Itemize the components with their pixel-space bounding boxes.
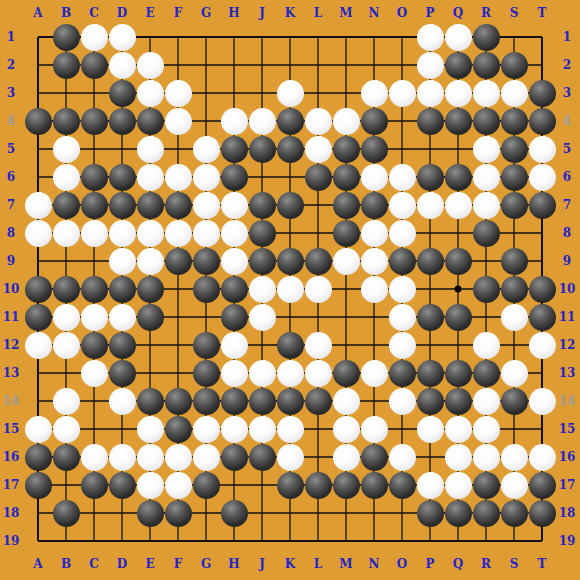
point-B1[interactable] [52, 23, 80, 51]
point-K8[interactable] [276, 219, 304, 247]
point-L12[interactable] [304, 331, 332, 359]
point-G6[interactable] [192, 163, 220, 191]
point-J16[interactable] [248, 443, 276, 471]
point-R19[interactable] [472, 527, 500, 555]
point-F11[interactable] [164, 303, 192, 331]
point-J15[interactable] [248, 415, 276, 443]
point-M19[interactable] [332, 527, 360, 555]
point-K15[interactable] [276, 415, 304, 443]
point-L15[interactable] [304, 415, 332, 443]
point-M14[interactable] [332, 387, 360, 415]
point-T3[interactable] [528, 79, 556, 107]
point-J14[interactable] [248, 387, 276, 415]
point-D7[interactable] [108, 191, 136, 219]
point-M3[interactable] [332, 79, 360, 107]
point-F13[interactable] [164, 359, 192, 387]
point-L17[interactable] [304, 471, 332, 499]
point-S9[interactable] [500, 247, 528, 275]
point-Q19[interactable] [444, 527, 472, 555]
point-C12[interactable] [80, 331, 108, 359]
point-H13[interactable] [220, 359, 248, 387]
point-A1[interactable] [24, 23, 52, 51]
point-O10[interactable] [388, 275, 416, 303]
point-T2[interactable] [528, 51, 556, 79]
point-L4[interactable] [304, 107, 332, 135]
point-A6[interactable] [24, 163, 52, 191]
point-O14[interactable] [388, 387, 416, 415]
point-E16[interactable] [136, 443, 164, 471]
point-S5[interactable] [500, 135, 528, 163]
point-G12[interactable] [192, 331, 220, 359]
point-Q5[interactable] [444, 135, 472, 163]
point-N2[interactable] [360, 51, 388, 79]
point-E10[interactable] [136, 275, 164, 303]
point-D12[interactable] [108, 331, 136, 359]
point-F5[interactable] [164, 135, 192, 163]
point-K1[interactable] [276, 23, 304, 51]
point-F6[interactable] [164, 163, 192, 191]
point-S11[interactable] [500, 303, 528, 331]
point-J19[interactable] [248, 527, 276, 555]
point-F1[interactable] [164, 23, 192, 51]
point-P1[interactable] [416, 23, 444, 51]
point-E17[interactable] [136, 471, 164, 499]
point-F19[interactable] [164, 527, 192, 555]
point-O5[interactable] [388, 135, 416, 163]
point-Q1[interactable] [444, 23, 472, 51]
point-H5[interactable] [220, 135, 248, 163]
point-R14[interactable] [472, 387, 500, 415]
point-O6[interactable] [388, 163, 416, 191]
point-P16[interactable] [416, 443, 444, 471]
point-Q6[interactable] [444, 163, 472, 191]
point-M13[interactable] [332, 359, 360, 387]
point-M15[interactable] [332, 415, 360, 443]
point-C3[interactable] [80, 79, 108, 107]
point-G19[interactable] [192, 527, 220, 555]
point-A3[interactable] [24, 79, 52, 107]
point-C13[interactable] [80, 359, 108, 387]
point-L7[interactable] [304, 191, 332, 219]
point-A18[interactable] [24, 499, 52, 527]
point-C2[interactable] [80, 51, 108, 79]
point-L2[interactable] [304, 51, 332, 79]
point-D10[interactable] [108, 275, 136, 303]
point-M17[interactable] [332, 471, 360, 499]
point-H9[interactable] [220, 247, 248, 275]
point-K3[interactable] [276, 79, 304, 107]
point-A15[interactable] [24, 415, 52, 443]
point-N16[interactable] [360, 443, 388, 471]
point-S4[interactable] [500, 107, 528, 135]
point-S10[interactable] [500, 275, 528, 303]
point-F15[interactable] [164, 415, 192, 443]
point-E3[interactable] [136, 79, 164, 107]
point-F4[interactable] [164, 107, 192, 135]
point-A2[interactable] [24, 51, 52, 79]
point-R9[interactable] [472, 247, 500, 275]
point-G16[interactable] [192, 443, 220, 471]
point-M2[interactable] [332, 51, 360, 79]
point-T13[interactable] [528, 359, 556, 387]
point-M12[interactable] [332, 331, 360, 359]
point-O2[interactable] [388, 51, 416, 79]
point-P18[interactable] [416, 499, 444, 527]
point-F10[interactable] [164, 275, 192, 303]
point-J18[interactable] [248, 499, 276, 527]
point-B19[interactable] [52, 527, 80, 555]
point-H14[interactable] [220, 387, 248, 415]
point-N11[interactable] [360, 303, 388, 331]
point-E15[interactable] [136, 415, 164, 443]
point-Q7[interactable] [444, 191, 472, 219]
point-N13[interactable] [360, 359, 388, 387]
point-B5[interactable] [52, 135, 80, 163]
point-J3[interactable] [248, 79, 276, 107]
point-E9[interactable] [136, 247, 164, 275]
point-E8[interactable] [136, 219, 164, 247]
point-Q3[interactable] [444, 79, 472, 107]
point-R16[interactable] [472, 443, 500, 471]
point-R15[interactable] [472, 415, 500, 443]
point-T5[interactable] [528, 135, 556, 163]
point-F12[interactable] [164, 331, 192, 359]
point-G5[interactable] [192, 135, 220, 163]
point-K11[interactable] [276, 303, 304, 331]
point-G8[interactable] [192, 219, 220, 247]
point-C14[interactable] [80, 387, 108, 415]
point-J8[interactable] [248, 219, 276, 247]
point-O13[interactable] [388, 359, 416, 387]
point-P5[interactable] [416, 135, 444, 163]
point-H19[interactable] [220, 527, 248, 555]
point-J5[interactable] [248, 135, 276, 163]
point-T9[interactable] [528, 247, 556, 275]
point-G15[interactable] [192, 415, 220, 443]
point-C7[interactable] [80, 191, 108, 219]
point-Q11[interactable] [444, 303, 472, 331]
point-R4[interactable] [472, 107, 500, 135]
point-D1[interactable] [108, 23, 136, 51]
point-L13[interactable] [304, 359, 332, 387]
point-P7[interactable] [416, 191, 444, 219]
point-K10[interactable] [276, 275, 304, 303]
point-H16[interactable] [220, 443, 248, 471]
point-A16[interactable] [24, 443, 52, 471]
point-G18[interactable] [192, 499, 220, 527]
point-J13[interactable] [248, 359, 276, 387]
point-K16[interactable] [276, 443, 304, 471]
point-N18[interactable] [360, 499, 388, 527]
point-S12[interactable] [500, 331, 528, 359]
point-G11[interactable] [192, 303, 220, 331]
point-O16[interactable] [388, 443, 416, 471]
point-R17[interactable] [472, 471, 500, 499]
point-G9[interactable] [192, 247, 220, 275]
point-R10[interactable] [472, 275, 500, 303]
point-D14[interactable] [108, 387, 136, 415]
point-L3[interactable] [304, 79, 332, 107]
point-P8[interactable] [416, 219, 444, 247]
point-C17[interactable] [80, 471, 108, 499]
point-E1[interactable] [136, 23, 164, 51]
point-R11[interactable] [472, 303, 500, 331]
point-L8[interactable] [304, 219, 332, 247]
point-B7[interactable] [52, 191, 80, 219]
point-S7[interactable] [500, 191, 528, 219]
point-H2[interactable] [220, 51, 248, 79]
point-C1[interactable] [80, 23, 108, 51]
point-P10[interactable] [416, 275, 444, 303]
point-A7[interactable] [24, 191, 52, 219]
point-O3[interactable] [388, 79, 416, 107]
point-D11[interactable] [108, 303, 136, 331]
point-O18[interactable] [388, 499, 416, 527]
point-H8[interactable] [220, 219, 248, 247]
point-H6[interactable] [220, 163, 248, 191]
point-B18[interactable] [52, 499, 80, 527]
point-H3[interactable] [220, 79, 248, 107]
point-S2[interactable] [500, 51, 528, 79]
point-T7[interactable] [528, 191, 556, 219]
point-Q4[interactable] [444, 107, 472, 135]
point-A12[interactable] [24, 331, 52, 359]
point-M11[interactable] [332, 303, 360, 331]
point-M18[interactable] [332, 499, 360, 527]
point-N9[interactable] [360, 247, 388, 275]
point-L1[interactable] [304, 23, 332, 51]
point-D19[interactable] [108, 527, 136, 555]
point-A14[interactable] [24, 387, 52, 415]
point-C16[interactable] [80, 443, 108, 471]
point-E12[interactable] [136, 331, 164, 359]
point-J6[interactable] [248, 163, 276, 191]
point-M4[interactable] [332, 107, 360, 135]
point-N7[interactable] [360, 191, 388, 219]
point-E11[interactable] [136, 303, 164, 331]
point-O4[interactable] [388, 107, 416, 135]
point-B17[interactable] [52, 471, 80, 499]
point-D2[interactable] [108, 51, 136, 79]
point-K12[interactable] [276, 331, 304, 359]
point-K9[interactable] [276, 247, 304, 275]
point-P2[interactable] [416, 51, 444, 79]
point-B11[interactable] [52, 303, 80, 331]
point-K4[interactable] [276, 107, 304, 135]
point-J12[interactable] [248, 331, 276, 359]
point-S14[interactable] [500, 387, 528, 415]
point-G13[interactable] [192, 359, 220, 387]
point-G4[interactable] [192, 107, 220, 135]
point-K7[interactable] [276, 191, 304, 219]
point-Q2[interactable] [444, 51, 472, 79]
point-C5[interactable] [80, 135, 108, 163]
point-D15[interactable] [108, 415, 136, 443]
point-Q12[interactable] [444, 331, 472, 359]
point-A9[interactable] [24, 247, 52, 275]
point-P6[interactable] [416, 163, 444, 191]
point-T11[interactable] [528, 303, 556, 331]
point-Q15[interactable] [444, 415, 472, 443]
point-N15[interactable] [360, 415, 388, 443]
point-E2[interactable] [136, 51, 164, 79]
point-H4[interactable] [220, 107, 248, 135]
point-G14[interactable] [192, 387, 220, 415]
point-S19[interactable] [500, 527, 528, 555]
point-G7[interactable] [192, 191, 220, 219]
point-N1[interactable] [360, 23, 388, 51]
point-D8[interactable] [108, 219, 136, 247]
point-H17[interactable] [220, 471, 248, 499]
point-E5[interactable] [136, 135, 164, 163]
point-R3[interactable] [472, 79, 500, 107]
point-K17[interactable] [276, 471, 304, 499]
point-K13[interactable] [276, 359, 304, 387]
point-A11[interactable] [24, 303, 52, 331]
point-R8[interactable] [472, 219, 500, 247]
point-Q17[interactable] [444, 471, 472, 499]
point-F2[interactable] [164, 51, 192, 79]
point-N10[interactable] [360, 275, 388, 303]
point-S8[interactable] [500, 219, 528, 247]
point-E13[interactable] [136, 359, 164, 387]
point-M6[interactable] [332, 163, 360, 191]
point-R6[interactable] [472, 163, 500, 191]
point-Q16[interactable] [444, 443, 472, 471]
point-D18[interactable] [108, 499, 136, 527]
point-C9[interactable] [80, 247, 108, 275]
point-B14[interactable] [52, 387, 80, 415]
point-Q14[interactable] [444, 387, 472, 415]
point-L10[interactable] [304, 275, 332, 303]
point-E14[interactable] [136, 387, 164, 415]
point-E4[interactable] [136, 107, 164, 135]
point-B16[interactable] [52, 443, 80, 471]
point-R12[interactable] [472, 331, 500, 359]
point-E7[interactable] [136, 191, 164, 219]
point-B2[interactable] [52, 51, 80, 79]
point-P17[interactable] [416, 471, 444, 499]
point-D5[interactable] [108, 135, 136, 163]
point-L5[interactable] [304, 135, 332, 163]
point-L16[interactable] [304, 443, 332, 471]
point-C8[interactable] [80, 219, 108, 247]
point-N3[interactable] [360, 79, 388, 107]
point-O17[interactable] [388, 471, 416, 499]
point-S1[interactable] [500, 23, 528, 51]
point-L18[interactable] [304, 499, 332, 527]
point-M16[interactable] [332, 443, 360, 471]
point-Q9[interactable] [444, 247, 472, 275]
point-D6[interactable] [108, 163, 136, 191]
point-G2[interactable] [192, 51, 220, 79]
point-F9[interactable] [164, 247, 192, 275]
point-K2[interactable] [276, 51, 304, 79]
point-A8[interactable] [24, 219, 52, 247]
point-G1[interactable] [192, 23, 220, 51]
point-Q8[interactable] [444, 219, 472, 247]
point-O8[interactable] [388, 219, 416, 247]
point-E19[interactable] [136, 527, 164, 555]
point-T18[interactable] [528, 499, 556, 527]
point-C19[interactable] [80, 527, 108, 555]
point-S17[interactable] [500, 471, 528, 499]
point-T6[interactable] [528, 163, 556, 191]
point-J17[interactable] [248, 471, 276, 499]
point-H7[interactable] [220, 191, 248, 219]
point-M9[interactable] [332, 247, 360, 275]
point-O9[interactable] [388, 247, 416, 275]
point-R18[interactable] [472, 499, 500, 527]
point-B12[interactable] [52, 331, 80, 359]
point-N14[interactable] [360, 387, 388, 415]
point-B10[interactable] [52, 275, 80, 303]
point-C11[interactable] [80, 303, 108, 331]
point-H12[interactable] [220, 331, 248, 359]
point-Q13[interactable] [444, 359, 472, 387]
point-F17[interactable] [164, 471, 192, 499]
point-S16[interactable] [500, 443, 528, 471]
point-S18[interactable] [500, 499, 528, 527]
point-F8[interactable] [164, 219, 192, 247]
point-T16[interactable] [528, 443, 556, 471]
point-N4[interactable] [360, 107, 388, 135]
point-S3[interactable] [500, 79, 528, 107]
point-F3[interactable] [164, 79, 192, 107]
point-P13[interactable] [416, 359, 444, 387]
point-K19[interactable] [276, 527, 304, 555]
point-N17[interactable] [360, 471, 388, 499]
point-C15[interactable] [80, 415, 108, 443]
point-R2[interactable] [472, 51, 500, 79]
point-J4[interactable] [248, 107, 276, 135]
point-Q18[interactable] [444, 499, 472, 527]
point-S13[interactable] [500, 359, 528, 387]
point-S15[interactable] [500, 415, 528, 443]
point-D4[interactable] [108, 107, 136, 135]
point-O7[interactable] [388, 191, 416, 219]
point-P14[interactable] [416, 387, 444, 415]
point-B3[interactable] [52, 79, 80, 107]
point-M8[interactable] [332, 219, 360, 247]
point-O11[interactable] [388, 303, 416, 331]
point-P4[interactable] [416, 107, 444, 135]
point-M7[interactable] [332, 191, 360, 219]
point-J9[interactable] [248, 247, 276, 275]
point-A19[interactable] [24, 527, 52, 555]
point-B6[interactable] [52, 163, 80, 191]
point-P9[interactable] [416, 247, 444, 275]
point-M10[interactable] [332, 275, 360, 303]
point-C10[interactable] [80, 275, 108, 303]
point-F7[interactable] [164, 191, 192, 219]
point-K5[interactable] [276, 135, 304, 163]
point-B8[interactable] [52, 219, 80, 247]
point-H18[interactable] [220, 499, 248, 527]
point-F14[interactable] [164, 387, 192, 415]
point-P11[interactable] [416, 303, 444, 331]
point-D16[interactable] [108, 443, 136, 471]
point-C4[interactable] [80, 107, 108, 135]
point-B4[interactable] [52, 107, 80, 135]
point-H11[interactable] [220, 303, 248, 331]
point-D17[interactable] [108, 471, 136, 499]
point-T12[interactable] [528, 331, 556, 359]
point-G3[interactable] [192, 79, 220, 107]
point-H10[interactable] [220, 275, 248, 303]
point-J1[interactable] [248, 23, 276, 51]
point-Q10[interactable] [444, 275, 472, 303]
